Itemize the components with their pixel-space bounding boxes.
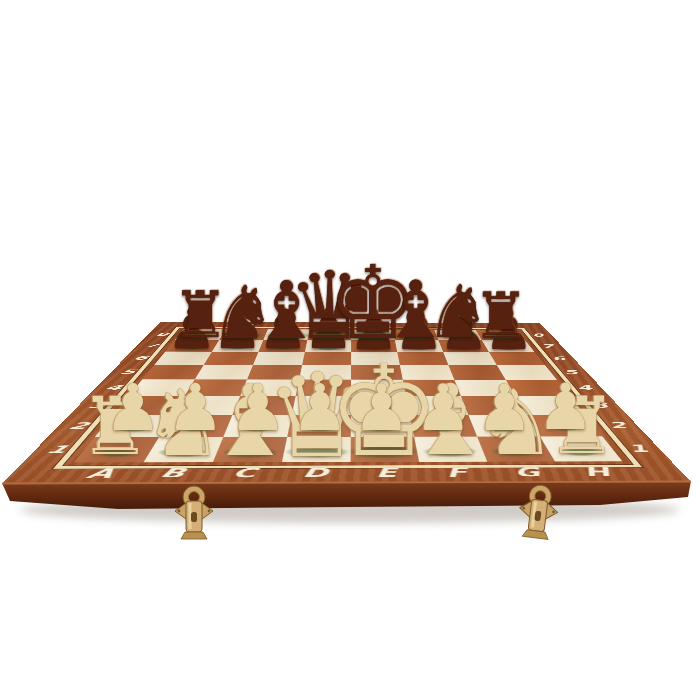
chess-set-photo: AA11BB22CC33DD44EE55FF66GG77HH88 xyxy=(0,0,700,700)
box-front-face xyxy=(2,481,691,509)
box-front-layer xyxy=(0,0,700,700)
